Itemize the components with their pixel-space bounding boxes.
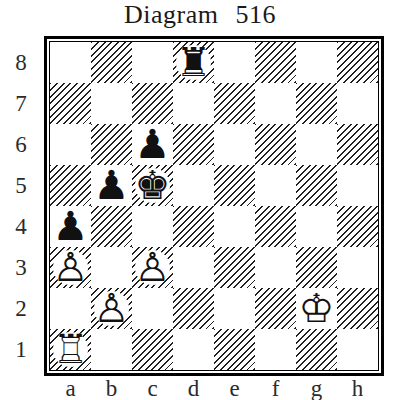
file-label-b: b	[91, 376, 132, 400]
square-e1	[214, 329, 255, 370]
square-b1	[91, 329, 132, 370]
square-h7	[337, 83, 378, 124]
file-label-h: h	[337, 376, 378, 400]
square-f6	[255, 124, 296, 165]
square-d7	[173, 83, 214, 124]
square-a7	[50, 83, 91, 124]
square-b5: ♟	[91, 165, 132, 206]
file-label-c: c	[132, 376, 173, 400]
file-label-e: e	[214, 376, 255, 400]
square-h5	[337, 165, 378, 206]
rank-label-8: 8	[4, 42, 38, 83]
rank-label-7: 7	[4, 83, 38, 124]
square-c5: ♚	[132, 165, 173, 206]
square-f3	[255, 247, 296, 288]
file-label-a: a	[50, 376, 91, 400]
square-c3: ♙	[132, 247, 173, 288]
rank-label-2: 2	[4, 288, 38, 329]
square-h4	[337, 206, 378, 247]
square-e3	[214, 247, 255, 288]
square-e8	[214, 42, 255, 83]
black-king-c5: ♚	[135, 165, 171, 206]
square-g1	[296, 329, 337, 370]
square-c6: ♟	[132, 124, 173, 165]
square-h3	[337, 247, 378, 288]
square-g5	[296, 165, 337, 206]
square-c1	[132, 329, 173, 370]
square-h6	[337, 124, 378, 165]
square-b8	[91, 42, 132, 83]
square-f8	[255, 42, 296, 83]
square-d6	[173, 124, 214, 165]
square-b7	[91, 83, 132, 124]
square-a8	[50, 42, 91, 83]
square-d5	[173, 165, 214, 206]
square-a6	[50, 124, 91, 165]
black-pawn-a4: ♟	[53, 206, 89, 247]
rank-label-5: 5	[4, 165, 38, 206]
rank-labels: 87654321	[4, 42, 38, 370]
chess-board: ♜♟♟♚♟♙♙♙♔♖	[44, 36, 384, 376]
square-c4	[132, 206, 173, 247]
square-g3	[296, 247, 337, 288]
file-label-g: g	[296, 376, 337, 400]
square-d8: ♜	[173, 42, 214, 83]
square-g4	[296, 206, 337, 247]
square-h2	[337, 288, 378, 329]
square-f2	[255, 288, 296, 329]
square-c8	[132, 42, 173, 83]
file-label-f: f	[255, 376, 296, 400]
diagram-title: Diagram 516	[0, 0, 400, 30]
square-b3	[91, 247, 132, 288]
file-labels: abcdefgh	[50, 376, 378, 400]
square-b6	[91, 124, 132, 165]
rank-label-6: 6	[4, 124, 38, 165]
white-pawn-b2: ♙	[94, 288, 130, 329]
square-a1: ♖	[50, 329, 91, 370]
square-a2	[50, 288, 91, 329]
square-d2	[173, 288, 214, 329]
white-king-g2: ♔	[299, 288, 335, 329]
square-g6	[296, 124, 337, 165]
file-label-d: d	[173, 376, 214, 400]
square-e7	[214, 83, 255, 124]
square-g8	[296, 42, 337, 83]
square-a3: ♙	[50, 247, 91, 288]
square-d3	[173, 247, 214, 288]
rank-label-3: 3	[4, 247, 38, 288]
square-b4	[91, 206, 132, 247]
square-e5	[214, 165, 255, 206]
chess-diagram-page: Diagram 516 87654321 ♜♟♟♚♟♙♙♙♔♖ abcdefgh	[0, 0, 400, 400]
square-f1	[255, 329, 296, 370]
square-h8	[337, 42, 378, 83]
black-pawn-b5: ♟	[94, 165, 130, 206]
square-e6	[214, 124, 255, 165]
board-grid: ♜♟♟♚♟♙♙♙♔♖	[49, 41, 379, 371]
square-e2	[214, 288, 255, 329]
rank-label-1: 1	[4, 329, 38, 370]
square-a4: ♟	[50, 206, 91, 247]
square-a5	[50, 165, 91, 206]
square-f5	[255, 165, 296, 206]
white-rook-a1: ♖	[53, 329, 89, 370]
square-d4	[173, 206, 214, 247]
square-g2: ♔	[296, 288, 337, 329]
black-rook-d8: ♜	[176, 42, 212, 83]
square-g7	[296, 83, 337, 124]
square-f4	[255, 206, 296, 247]
square-h1	[337, 329, 378, 370]
black-pawn-c6: ♟	[135, 124, 171, 165]
square-b2: ♙	[91, 288, 132, 329]
square-d1	[173, 329, 214, 370]
square-c2	[132, 288, 173, 329]
square-e4	[214, 206, 255, 247]
white-pawn-a3: ♙	[53, 247, 89, 288]
square-f7	[255, 83, 296, 124]
square-c7	[132, 83, 173, 124]
rank-label-4: 4	[4, 206, 38, 247]
white-pawn-c3: ♙	[135, 247, 171, 288]
